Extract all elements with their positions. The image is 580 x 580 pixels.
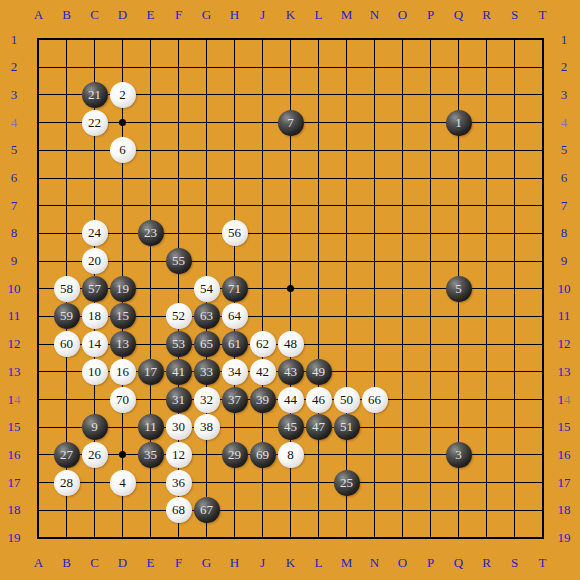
stone-black-71-H10: 71 (222, 276, 248, 302)
stone-white-2-D3: 2 (110, 82, 136, 108)
stone-white-66-N14: 66 (362, 387, 388, 413)
stone-white-56-H8: 56 (222, 220, 248, 246)
stone-black-41-F13: 41 (166, 359, 192, 385)
col-label-bottom: H (225, 556, 245, 570)
row-label-left: 1 (3, 33, 25, 47)
col-label-bottom: A (29, 556, 49, 570)
stone-black-1-Q4: 1 (446, 110, 472, 136)
stone-white-48-K12: 48 (278, 331, 304, 357)
stone-black-51-M15: 51 (334, 414, 360, 440)
row-label-right: 18 (553, 503, 575, 517)
row-label-right: 19 (553, 531, 575, 545)
col-label-bottom: J (253, 556, 273, 570)
col-label-top: O (393, 8, 413, 22)
stone-black-43-K13: 43 (278, 359, 304, 385)
stone-black-25-M17: 25 (334, 470, 360, 496)
row-label-left: 19 (3, 531, 25, 545)
col-label-bottom: F (169, 556, 189, 570)
stone-white-14-C12: 14 (82, 331, 108, 357)
stone-white-22-C4: 22 (82, 110, 108, 136)
col-label-top: R (477, 8, 497, 22)
stone-white-4-D17: 4 (110, 470, 136, 496)
go-board[interactable]: AABBCCDDEEFFGGHHJJKKLLMMNNOOPPQQRRSSTT11… (0, 0, 580, 580)
col-label-top: P (421, 8, 441, 22)
col-label-top: J (253, 8, 273, 22)
row-label-right: 2 (553, 60, 575, 74)
row-label-left: 3 (3, 88, 25, 102)
row-label-right: 13 (553, 365, 575, 379)
col-label-bottom: M (337, 556, 357, 570)
col-label-bottom: Q (449, 556, 469, 570)
stone-black-29-H16: 29 (222, 442, 248, 468)
stone-black-21-C3: 21 (82, 82, 108, 108)
row-label-left: 5 (3, 143, 25, 157)
row-label-left: 6 (3, 171, 25, 185)
col-label-bottom: S (505, 556, 525, 570)
col-label-bottom: C (85, 556, 105, 570)
stone-black-17-E13: 17 (138, 359, 164, 385)
row-label-right: 11 (553, 309, 575, 323)
col-label-top: C (85, 8, 105, 22)
stone-black-23-E8: 23 (138, 220, 164, 246)
row-label-right: 16 (553, 448, 575, 462)
row-label-left: 7 (3, 199, 25, 213)
stone-black-33-G13: 33 (194, 359, 220, 385)
stone-black-35-E16: 35 (138, 442, 164, 468)
stone-white-42-J13: 42 (250, 359, 276, 385)
stone-black-3-Q16: 3 (446, 442, 472, 468)
stone-white-44-K14: 44 (278, 387, 304, 413)
stone-black-61-H12: 61 (222, 331, 248, 357)
stone-black-63-G11: 63 (194, 303, 220, 329)
row-label-left: 11 (3, 309, 25, 323)
col-label-bottom: E (141, 556, 161, 570)
stone-black-59-B11: 59 (54, 303, 80, 329)
stone-black-7-K4: 7 (278, 110, 304, 136)
stone-white-32-G14: 32 (194, 387, 220, 413)
col-label-top: F (169, 8, 189, 22)
stone-white-54-G10: 54 (194, 276, 220, 302)
stone-white-50-M14: 50 (334, 387, 360, 413)
row-label-left: 18 (3, 503, 25, 517)
row-label-right: 1 (553, 33, 575, 47)
col-label-top: M (337, 8, 357, 22)
col-label-bottom: D (113, 556, 133, 570)
row-label-left: 15 (3, 420, 25, 434)
col-label-top: H (225, 8, 245, 22)
stone-white-70-D14: 70 (110, 387, 136, 413)
stone-white-16-D13: 16 (110, 359, 136, 385)
stone-white-52-F11: 52 (166, 303, 192, 329)
row-label-right: 10 (553, 282, 575, 296)
col-label-bottom: O (393, 556, 413, 570)
stone-black-9-C15: 9 (82, 414, 108, 440)
row-label-right: 6 (553, 171, 575, 185)
row-label-right: 5 (553, 143, 575, 157)
row-label-right: 14 (553, 393, 575, 407)
stone-white-18-C11: 18 (82, 303, 108, 329)
stone-black-49-L13: 49 (306, 359, 332, 385)
row-label-right: 8 (553, 226, 575, 240)
col-label-bottom: P (421, 556, 441, 570)
col-label-bottom: T (533, 556, 553, 570)
row-label-left: 14 (3, 393, 25, 407)
col-label-top: B (57, 8, 77, 22)
stone-black-45-K15: 45 (278, 414, 304, 440)
row-label-left: 12 (3, 337, 25, 351)
stone-black-19-D10: 19 (110, 276, 136, 302)
stone-white-34-H13: 34 (222, 359, 248, 385)
col-label-top: S (505, 8, 525, 22)
col-label-top: N (365, 8, 385, 22)
stone-white-8-K16: 8 (278, 442, 304, 468)
col-label-top: K (281, 8, 301, 22)
row-label-right: 17 (553, 476, 575, 490)
stone-white-10-C13: 10 (82, 359, 108, 385)
row-label-left: 9 (3, 254, 25, 268)
col-label-top: G (197, 8, 217, 22)
stone-black-31-F14: 31 (166, 387, 192, 413)
row-label-right: 7 (553, 199, 575, 213)
col-label-top: E (141, 8, 161, 22)
row-label-left: 10 (3, 282, 25, 296)
stone-black-27-B16: 27 (54, 442, 80, 468)
stone-black-39-J14: 39 (250, 387, 276, 413)
col-label-bottom: R (477, 556, 497, 570)
stone-white-64-H11: 64 (222, 303, 248, 329)
stone-white-12-F16: 12 (166, 442, 192, 468)
stone-black-67-G18: 67 (194, 497, 220, 523)
row-label-right: 15 (553, 420, 575, 434)
stone-white-62-J12: 62 (250, 331, 276, 357)
row-label-right: 4 (553, 116, 575, 130)
row-label-left: 16 (3, 448, 25, 462)
stone-white-60-B12: 60 (54, 331, 80, 357)
row-label-right: 3 (553, 88, 575, 102)
col-label-top: A (29, 8, 49, 22)
stone-black-69-J16: 69 (250, 442, 276, 468)
stone-black-11-E15: 11 (138, 414, 164, 440)
col-label-top: Q (449, 8, 469, 22)
col-label-top: D (113, 8, 133, 22)
stone-white-46-L14: 46 (306, 387, 332, 413)
col-label-bottom: G (197, 556, 217, 570)
col-label-top: L (309, 8, 329, 22)
stone-black-57-C10: 57 (82, 276, 108, 302)
row-label-left: 13 (3, 365, 25, 379)
row-label-right: 9 (553, 254, 575, 268)
row-label-left: 8 (3, 226, 25, 240)
stone-white-6-D5: 6 (110, 137, 136, 163)
stone-white-30-F15: 30 (166, 414, 192, 440)
row-label-left: 4 (3, 116, 25, 130)
stone-white-36-F17: 36 (166, 470, 192, 496)
stone-white-38-G15: 38 (194, 414, 220, 440)
row-label-left: 2 (3, 60, 25, 74)
stone-white-68-F18: 68 (166, 497, 192, 523)
stone-black-65-G12: 65 (194, 331, 220, 357)
stone-black-13-D12: 13 (110, 331, 136, 357)
stone-white-20-C9: 20 (82, 248, 108, 274)
stone-black-5-Q10: 5 (446, 276, 472, 302)
row-label-left: 17 (3, 476, 25, 490)
col-label-bottom: L (309, 556, 329, 570)
row-label-right: 12 (553, 337, 575, 351)
stone-black-15-D11: 15 (110, 303, 136, 329)
col-label-bottom: B (57, 556, 77, 570)
stone-black-47-L15: 47 (306, 414, 332, 440)
stone-black-53-F12: 53 (166, 331, 192, 357)
stone-black-37-H14: 37 (222, 387, 248, 413)
stone-black-55-F9: 55 (166, 248, 192, 274)
stone-white-24-C8: 24 (82, 220, 108, 246)
stone-white-58-B10: 58 (54, 276, 80, 302)
col-label-top: T (533, 8, 553, 22)
stone-white-26-C16: 26 (82, 442, 108, 468)
col-label-bottom: K (281, 556, 301, 570)
stone-white-28-B17: 28 (54, 470, 80, 496)
col-label-bottom: N (365, 556, 385, 570)
